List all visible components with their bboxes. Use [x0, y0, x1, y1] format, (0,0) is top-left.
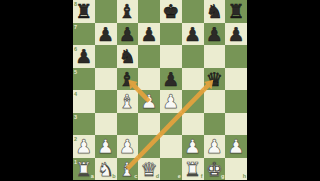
piece-black-bishop[interactable]: ♝	[117, 68, 139, 91]
square-h1[interactable]: h	[225, 158, 247, 181]
piece-black-king[interactable]: ♚	[160, 0, 182, 23]
square-f6[interactable]	[182, 45, 204, 68]
square-a6[interactable]: 6♟	[73, 45, 95, 68]
square-c1[interactable]: c♝	[117, 158, 139, 181]
piece-white-queen[interactable]: ♛	[138, 158, 160, 181]
board-grid: 8♜♝♚♞♜7♟♟♟♟♟♟6♟♞5♝♟♛4♝♟♟32♟♟♟♟♟♟1a♜b♞c♝d…	[73, 0, 247, 180]
rank-label-3: 3	[74, 114, 77, 120]
square-b1[interactable]: b♞	[95, 158, 117, 181]
square-c5[interactable]: ♝	[117, 68, 139, 91]
square-f1[interactable]: f♜	[182, 158, 204, 181]
square-g5[interactable]: ♛	[204, 68, 226, 91]
square-h6[interactable]	[225, 45, 247, 68]
square-e1[interactable]: e	[160, 158, 182, 181]
square-d5[interactable]	[138, 68, 160, 91]
square-g2[interactable]: ♟	[204, 135, 226, 158]
piece-black-pawn[interactable]: ♟	[182, 23, 204, 46]
square-g6[interactable]	[204, 45, 226, 68]
letterbox: 8♜♝♚♞♜7♟♟♟♟♟♟6♟♞5♝♟♛4♝♟♟32♟♟♟♟♟♟1a♜b♞c♝d…	[0, 0, 320, 180]
square-c3[interactable]	[117, 113, 139, 136]
square-h7[interactable]: ♟	[225, 23, 247, 46]
piece-black-pawn[interactable]: ♟	[95, 23, 117, 46]
square-g7[interactable]: ♟	[204, 23, 226, 46]
square-a5[interactable]: 5	[73, 68, 95, 91]
square-b8[interactable]	[95, 0, 117, 23]
square-g1[interactable]: g♚	[204, 158, 226, 181]
square-b5[interactable]	[95, 68, 117, 91]
square-d4[interactable]: ♟	[138, 90, 160, 113]
rank-label-4: 4	[74, 91, 77, 97]
square-h5[interactable]	[225, 68, 247, 91]
square-f4[interactable]	[182, 90, 204, 113]
square-e2[interactable]	[160, 135, 182, 158]
piece-black-bishop[interactable]: ♝	[117, 0, 139, 23]
piece-white-pawn[interactable]: ♟	[73, 135, 95, 158]
square-a2[interactable]: 2♟	[73, 135, 95, 158]
piece-white-rook[interactable]: ♜	[182, 158, 204, 181]
square-h2[interactable]: ♟	[225, 135, 247, 158]
square-b6[interactable]	[95, 45, 117, 68]
piece-black-pawn[interactable]: ♟	[160, 68, 182, 91]
piece-white-pawn[interactable]: ♟	[160, 90, 182, 113]
square-h4[interactable]	[225, 90, 247, 113]
square-a7[interactable]: 7	[73, 23, 95, 46]
square-f5[interactable]	[182, 68, 204, 91]
piece-black-knight[interactable]: ♞	[204, 0, 226, 23]
chess-board: 8♜♝♚♞♜7♟♟♟♟♟♟6♟♞5♝♟♛4♝♟♟32♟♟♟♟♟♟1a♜b♞c♝d…	[73, 0, 247, 180]
square-e8[interactable]: ♚	[160, 0, 182, 23]
square-f8[interactable]	[182, 0, 204, 23]
piece-black-pawn[interactable]: ♟	[73, 45, 95, 68]
square-e7[interactable]	[160, 23, 182, 46]
square-d7[interactable]: ♟	[138, 23, 160, 46]
piece-white-rook[interactable]: ♜	[73, 158, 95, 181]
square-c2[interactable]: ♟	[117, 135, 139, 158]
square-h8[interactable]: ♜	[225, 0, 247, 23]
square-d1[interactable]: d♛	[138, 158, 160, 181]
piece-black-pawn[interactable]: ♟	[117, 23, 139, 46]
piece-white-pawn[interactable]: ♟	[117, 135, 139, 158]
piece-white-knight[interactable]: ♞	[95, 158, 117, 181]
piece-white-pawn[interactable]: ♟	[225, 135, 247, 158]
square-e4[interactable]: ♟	[160, 90, 182, 113]
square-b4[interactable]	[95, 90, 117, 113]
rank-label-5: 5	[74, 69, 77, 75]
piece-white-pawn[interactable]: ♟	[204, 135, 226, 158]
square-e6[interactable]	[160, 45, 182, 68]
square-c7[interactable]: ♟	[117, 23, 139, 46]
piece-black-pawn[interactable]: ♟	[204, 23, 226, 46]
square-a4[interactable]: 4	[73, 90, 95, 113]
piece-black-pawn[interactable]: ♟	[138, 23, 160, 46]
piece-white-king[interactable]: ♚	[204, 158, 226, 181]
piece-white-pawn[interactable]: ♟	[182, 135, 204, 158]
square-d3[interactable]	[138, 113, 160, 136]
square-d2[interactable]	[138, 135, 160, 158]
square-g4[interactable]	[204, 90, 226, 113]
square-a1[interactable]: 1a♜	[73, 158, 95, 181]
piece-black-rook[interactable]: ♜	[225, 0, 247, 23]
square-f2[interactable]: ♟	[182, 135, 204, 158]
square-b3[interactable]	[95, 113, 117, 136]
square-g8[interactable]: ♞	[204, 0, 226, 23]
square-h3[interactable]	[225, 113, 247, 136]
square-g3[interactable]	[204, 113, 226, 136]
piece-black-knight[interactable]: ♞	[117, 45, 139, 68]
square-f3[interactable]	[182, 113, 204, 136]
square-b2[interactable]: ♟	[95, 135, 117, 158]
piece-white-pawn[interactable]: ♟	[95, 135, 117, 158]
square-f7[interactable]: ♟	[182, 23, 204, 46]
square-c4[interactable]: ♝	[117, 90, 139, 113]
square-a8[interactable]: 8♜	[73, 0, 95, 23]
piece-white-bishop[interactable]: ♝	[117, 158, 139, 181]
file-label-h: h	[243, 173, 246, 179]
file-label-e: e	[178, 173, 181, 179]
piece-white-pawn[interactable]: ♟	[138, 90, 160, 113]
square-d8[interactable]	[138, 0, 160, 23]
piece-black-queen[interactable]: ♛	[204, 68, 226, 91]
rank-label-7: 7	[74, 24, 77, 30]
square-e5[interactable]: ♟	[160, 68, 182, 91]
square-e3[interactable]	[160, 113, 182, 136]
square-b7[interactable]: ♟	[95, 23, 117, 46]
square-c8[interactable]: ♝	[117, 0, 139, 23]
piece-white-bishop[interactable]: ♝	[117, 90, 139, 113]
square-a3[interactable]: 3	[73, 113, 95, 136]
piece-black-pawn[interactable]: ♟	[225, 23, 247, 46]
square-d6[interactable]	[138, 45, 160, 68]
piece-black-rook[interactable]: ♜	[73, 0, 95, 23]
square-c6[interactable]: ♞	[117, 45, 139, 68]
